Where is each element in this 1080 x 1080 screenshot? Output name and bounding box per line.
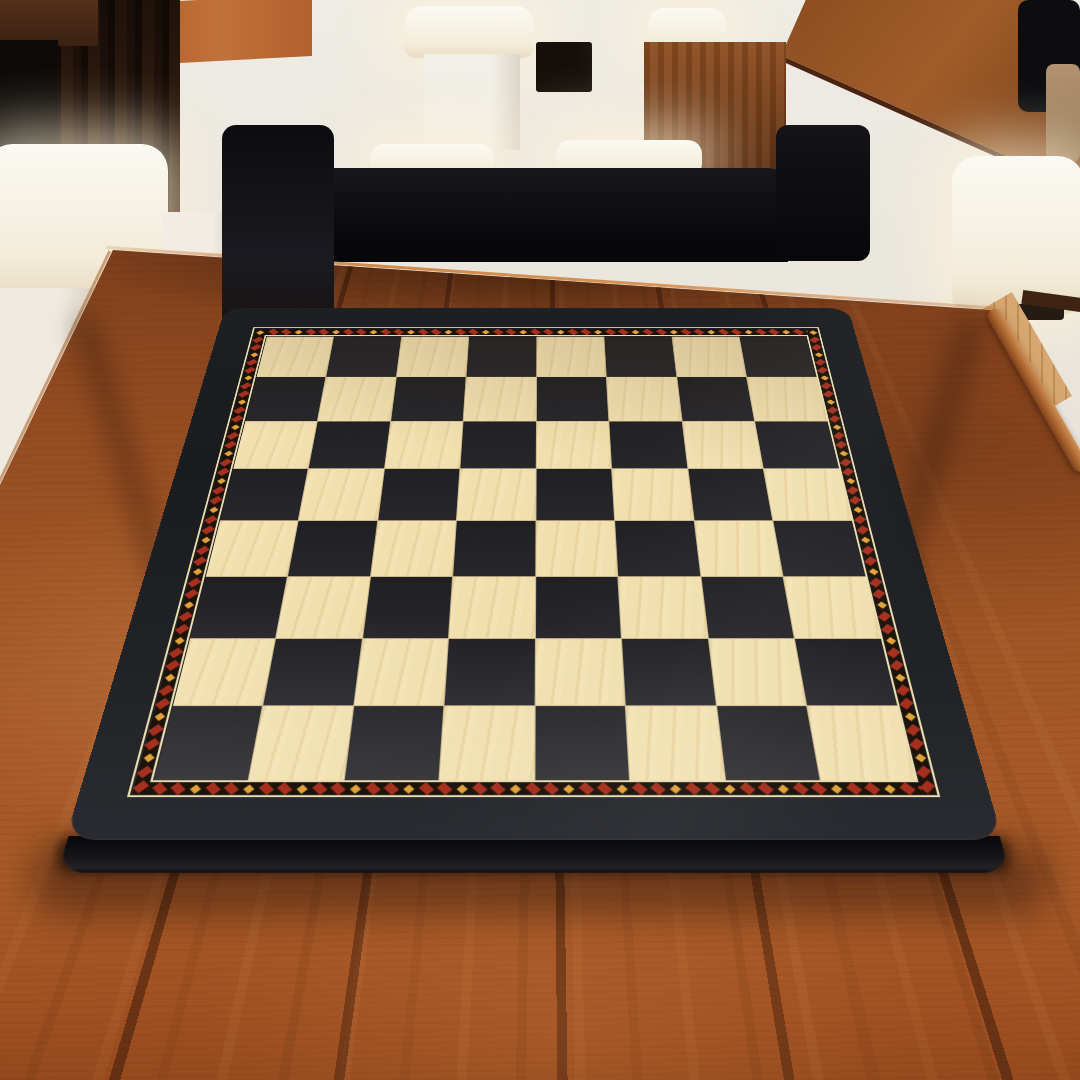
- square-b2: [263, 639, 361, 706]
- square-f5: [612, 469, 693, 520]
- square-f4: [615, 521, 700, 577]
- red-diamond-inlay: [878, 612, 892, 622]
- square-b7: [318, 377, 396, 421]
- square-e7: [536, 377, 608, 421]
- square-c1: [344, 706, 443, 780]
- gold-diamond-inlay: [885, 637, 895, 645]
- gold-diamond-inlay: [861, 537, 870, 544]
- red-diamond-inlay: [277, 782, 292, 795]
- red-diamond-inlay: [840, 459, 852, 467]
- red-diamond-inlay: [419, 782, 435, 795]
- chess-board: [55, 308, 1014, 875]
- square-f7: [607, 377, 682, 421]
- red-diamond-inlay: [526, 782, 542, 795]
- gold-diamond-inlay: [445, 330, 453, 335]
- square-b5: [299, 469, 384, 520]
- square-b6: [309, 421, 390, 468]
- square-g1: [717, 706, 820, 780]
- red-diamond-inlay: [872, 589, 885, 599]
- gold-diamond-inlay: [617, 784, 628, 793]
- red-diamond-inlay: [259, 782, 274, 795]
- square-a1: [154, 706, 262, 780]
- gold-diamond-inlay: [510, 784, 521, 793]
- square-e5: [536, 469, 614, 520]
- red-diamond-inlay: [579, 782, 595, 795]
- square-c8: [396, 336, 468, 376]
- square-d4: [453, 521, 535, 577]
- gold-diamond-inlay: [482, 330, 490, 335]
- square-e2: [535, 639, 625, 706]
- red-diamond-inlay: [864, 557, 877, 566]
- gold-diamond-inlay: [407, 330, 415, 335]
- square-a4: [205, 521, 297, 577]
- red-diamond-inlay: [632, 782, 648, 795]
- red-diamond-inlay: [686, 782, 702, 795]
- square-d3: [449, 577, 535, 638]
- square-h4: [773, 521, 865, 577]
- red-diamond-inlay: [811, 782, 827, 795]
- red-diamond-inlay: [847, 486, 859, 494]
- square-d1: [440, 706, 535, 780]
- square-g3: [701, 577, 794, 638]
- red-diamond-inlay: [896, 684, 910, 695]
- gold-diamond-inlay: [174, 637, 184, 645]
- red-diamond-inlay: [842, 468, 854, 476]
- red-diamond-inlay: [854, 516, 867, 525]
- gold-diamond-inlay: [564, 784, 575, 793]
- red-diamond-inlay: [815, 359, 826, 366]
- red-diamond-inlay: [817, 367, 828, 374]
- gold-diamond-inlay: [404, 784, 415, 793]
- red-diamond-inlay: [846, 782, 862, 795]
- square-c4: [371, 521, 456, 577]
- red-diamond-inlay: [890, 660, 904, 671]
- red-diamond-inlay: [490, 782, 506, 795]
- red-diamond-inlay: [864, 782, 880, 795]
- red-diamond-inlay: [330, 782, 345, 795]
- red-diamond-inlay: [366, 782, 382, 795]
- board-grid: [154, 336, 915, 779]
- tan-chair: [1046, 64, 1080, 162]
- red-diamond-inlay: [224, 782, 239, 795]
- gold-diamond-inlay: [777, 784, 788, 793]
- gold-diamond-inlay: [557, 330, 565, 335]
- gold-diamond-inlay: [744, 330, 752, 335]
- red-diamond-inlay: [809, 337, 820, 343]
- gold-diamond-inlay: [184, 602, 194, 609]
- square-a6: [233, 421, 317, 468]
- red-diamond-inlay: [650, 782, 666, 795]
- red-diamond-inlay: [856, 526, 869, 535]
- gold-diamond-inlay: [820, 376, 828, 381]
- gold-diamond-inlay: [809, 330, 817, 335]
- gold-diamond-inlay: [244, 376, 252, 381]
- gold-diamond-inlay: [877, 602, 887, 609]
- square-c3: [363, 577, 453, 638]
- red-diamond-inlay: [835, 441, 847, 449]
- gold-diamond-inlay: [707, 330, 715, 335]
- gold-diamond-inlay: [831, 784, 842, 793]
- square-b1: [249, 706, 353, 780]
- red-diamond-inlay: [829, 415, 841, 422]
- square-g5: [688, 469, 772, 520]
- red-diamond-inlay: [811, 344, 822, 351]
- red-diamond-inlay: [887, 647, 901, 658]
- gold-diamond-inlay: [243, 784, 254, 793]
- red-diamond-inlay: [909, 738, 924, 750]
- gold-diamond-inlay: [904, 712, 915, 720]
- square-a2: [173, 639, 275, 706]
- gold-diamond-inlay: [520, 330, 528, 335]
- square-d2: [445, 639, 535, 706]
- red-diamond-inlay: [916, 765, 931, 778]
- square-g8: [672, 336, 746, 376]
- board-side-edge: [58, 836, 1011, 873]
- lamp-pedestal: [424, 54, 520, 150]
- red-diamond-inlay: [704, 782, 720, 795]
- gold-diamond-inlay: [915, 753, 926, 762]
- red-diamond-inlay: [597, 782, 613, 795]
- square-h5: [764, 469, 851, 520]
- gold-diamond-inlay: [295, 330, 303, 335]
- gold-diamond-inlay: [237, 400, 245, 405]
- square-g4: [694, 521, 782, 577]
- red-diamond-inlay: [849, 496, 861, 505]
- gold-diamond-inlay: [201, 537, 210, 544]
- red-diamond-inlay: [920, 780, 935, 793]
- red-diamond-inlay: [881, 624, 895, 634]
- square-e1: [535, 706, 629, 780]
- red-diamond-inlay: [899, 698, 913, 710]
- square-b3: [276, 577, 369, 638]
- scene: [0, 0, 1080, 1080]
- square-e6: [536, 421, 611, 468]
- square-f6: [609, 421, 687, 468]
- square-a5: [220, 469, 308, 520]
- square-a7: [245, 377, 325, 421]
- red-diamond-inlay: [384, 782, 400, 795]
- square-c2: [354, 639, 448, 706]
- black-sofa-back: [312, 168, 788, 262]
- square-d5: [457, 469, 535, 520]
- gold-diamond-inlay: [833, 425, 842, 430]
- red-diamond-inlay: [861, 546, 874, 555]
- square-a8: [256, 336, 333, 376]
- square-g7: [677, 377, 754, 421]
- gold-diamond-inlay: [297, 784, 308, 793]
- gold-diamond-inlay: [370, 330, 378, 335]
- red-diamond-inlay: [792, 782, 808, 795]
- red-diamond-inlay: [821, 382, 832, 389]
- gold-diamond-inlay: [192, 569, 202, 576]
- square-h2: [795, 639, 897, 706]
- red-diamond-inlay: [472, 782, 488, 795]
- floor-lamp: [952, 156, 1080, 314]
- gold-diamond-inlay: [632, 330, 640, 335]
- mosaic-border-top: [254, 329, 818, 335]
- red-diamond-inlay: [906, 724, 921, 736]
- gold-diamond-inlay: [595, 330, 603, 335]
- square-h1: [807, 706, 915, 780]
- square-f3: [618, 577, 707, 638]
- red-diamond-inlay: [823, 390, 834, 397]
- gold-diamond-inlay: [868, 569, 878, 576]
- gold-diamond-inlay: [895, 673, 905, 681]
- gold-diamond-inlay: [815, 352, 823, 357]
- gold-diamond-inlay: [224, 451, 233, 457]
- gold-diamond-inlay: [670, 784, 681, 793]
- red-diamond-inlay: [833, 432, 845, 440]
- gold-diamond-inlay: [143, 753, 154, 762]
- gold-diamond-inlay: [457, 784, 468, 793]
- square-d8: [466, 336, 535, 376]
- square-h6: [755, 421, 839, 468]
- gold-diamond-inlay: [884, 784, 895, 793]
- red-diamond-inlay: [899, 782, 915, 795]
- gold-diamond-inlay: [782, 330, 790, 335]
- square-h8: [739, 336, 816, 376]
- square-e3: [535, 577, 620, 638]
- square-e8: [537, 336, 606, 376]
- red-diamond-inlay: [437, 782, 453, 795]
- gold-diamond-inlay: [190, 784, 201, 793]
- square-d6: [460, 421, 535, 468]
- gold-diamond-inlay: [216, 478, 225, 484]
- red-diamond-inlay: [544, 782, 560, 795]
- red-diamond-inlay: [170, 782, 185, 795]
- square-h3: [784, 577, 881, 638]
- square-b4: [288, 521, 377, 577]
- gold-diamond-inlay: [256, 330, 264, 335]
- square-h7: [747, 377, 827, 421]
- square-g6: [682, 421, 763, 468]
- gold-diamond-inlay: [250, 352, 258, 357]
- gold-diamond-inlay: [724, 784, 735, 793]
- square-c5: [378, 469, 460, 520]
- square-c6: [385, 421, 463, 468]
- red-diamond-inlay: [827, 407, 839, 414]
- gold-diamond-inlay: [350, 784, 361, 793]
- gold-diamond-inlay: [209, 507, 218, 513]
- gold-diamond-inlay: [826, 400, 834, 405]
- red-diamond-inlay: [757, 782, 773, 795]
- square-a3: [190, 577, 287, 638]
- square-f1: [626, 706, 724, 780]
- gold-diamond-inlay: [154, 712, 165, 720]
- square-d7: [464, 377, 536, 421]
- gold-diamond-inlay: [846, 478, 855, 484]
- red-diamond-inlay: [739, 782, 755, 795]
- square-f2: [622, 639, 715, 706]
- red-diamond-inlay: [869, 578, 882, 588]
- gold-diamond-inlay: [853, 507, 862, 513]
- square-e4: [536, 521, 618, 577]
- gold-diamond-inlay: [839, 451, 848, 457]
- square-g2: [708, 639, 806, 706]
- square-c7: [391, 377, 466, 421]
- square-b8: [326, 336, 401, 376]
- table-lamp: [404, 6, 534, 58]
- wall-niche: [536, 42, 592, 92]
- gold-diamond-inlay: [164, 673, 174, 681]
- gold-diamond-inlay: [231, 425, 240, 430]
- square-f8: [604, 336, 676, 376]
- red-diamond-inlay: [206, 782, 221, 795]
- mosaic-border-bottom: [132, 783, 936, 794]
- red-diamond-inlay: [152, 782, 167, 795]
- gold-diamond-inlay: [669, 330, 677, 335]
- black-chair: [776, 125, 870, 261]
- red-diamond-inlay: [312, 782, 327, 795]
- gold-diamond-inlay: [332, 330, 340, 335]
